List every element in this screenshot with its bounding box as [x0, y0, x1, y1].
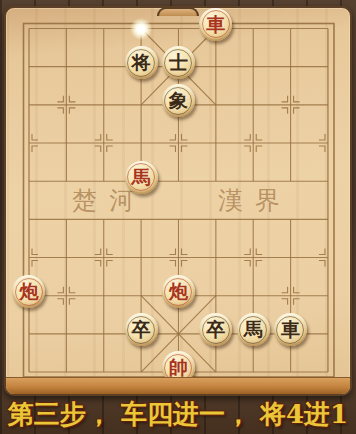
board-intersection-8-6[interactable] [309, 238, 346, 276]
board-intersection-4-4[interactable] [160, 162, 197, 200]
board-intersection-6-7[interactable] [234, 276, 271, 314]
board-intersection-2-0[interactable] [85, 9, 122, 47]
piece-black-soldier[interactable]: 卒 [125, 313, 158, 346]
piece-black-advisor[interactable]: 士 [162, 46, 195, 79]
board-intersection-8-7[interactable] [309, 276, 346, 314]
caption-bar: 第三步， 车四进一， 将4进1 [0, 395, 356, 434]
board-intersection-7-3[interactable] [272, 124, 309, 162]
board-intersection-5-3[interactable] [197, 124, 234, 162]
board-intersection-2-2[interactable] [85, 86, 122, 124]
piece-red-rook[interactable]: 車 [199, 8, 232, 41]
piece-black-horse[interactable]: 馬 [237, 313, 270, 346]
board-intersection-3-2[interactable] [122, 86, 159, 124]
board-intersection-6-4[interactable] [234, 162, 271, 200]
board-intersection-3-8[interactable]: 卒 [122, 315, 159, 353]
board-intersection-7-1[interactable] [272, 48, 309, 86]
board-intersection-6-3[interactable] [234, 124, 271, 162]
piece-glyph: 馬 [132, 168, 151, 187]
piece-black-rook[interactable]: 車 [274, 313, 307, 346]
board-intersection-0-2[interactable] [10, 86, 47, 124]
board-intersection-7-8[interactable]: 車 [272, 315, 309, 353]
board-intersection-4-7[interactable]: 炮 [160, 276, 197, 314]
board-intersection-4-3[interactable] [160, 124, 197, 162]
move-caption: 第三步， 车四进一， 将4进1 [8, 397, 348, 432]
board-intersection-3-7[interactable] [122, 276, 159, 314]
board-intersection-5-6[interactable] [197, 238, 234, 276]
board-intersection-6-2[interactable] [234, 86, 271, 124]
board-intersection-1-8[interactable] [48, 315, 85, 353]
board-intersection-2-8[interactable] [85, 315, 122, 353]
board-intersection-4-2[interactable]: 象 [160, 86, 197, 124]
board-intersection-8-2[interactable] [309, 86, 346, 124]
piece-glyph: 馬 [244, 320, 263, 339]
board-intersection-5-0[interactable]: 車 [197, 9, 234, 47]
board-intersection-6-1[interactable] [234, 48, 271, 86]
piece-glyph: 卒 [132, 320, 151, 339]
piece-glyph: 炮 [169, 282, 188, 301]
piece-glyph: 炮 [19, 282, 38, 301]
board-intersection-2-5[interactable] [85, 200, 122, 238]
board-intersection-0-7[interactable]: 炮 [10, 276, 47, 314]
board-intersection-5-1[interactable] [197, 48, 234, 86]
board-intersection-0-8[interactable] [10, 315, 47, 353]
board-intersection-4-8[interactable] [160, 315, 197, 353]
board-intersection-3-6[interactable] [122, 238, 159, 276]
piece-black-soldier[interactable]: 卒 [199, 313, 232, 346]
board-intersection-0-0[interactable] [10, 9, 47, 47]
board-intersection-5-4[interactable] [197, 162, 234, 200]
board-intersection-0-6[interactable] [10, 238, 47, 276]
board-intersection-5-2[interactable] [197, 86, 234, 124]
board-intersection-8-4[interactable] [309, 162, 346, 200]
board-intersection-6-6[interactable] [234, 238, 271, 276]
board-intersection-1-1[interactable] [48, 48, 85, 86]
board-intersection-7-6[interactable] [272, 238, 309, 276]
board-intersection-1-4[interactable] [48, 162, 85, 200]
xiangqi-board: 楚河 漢界 車将士象馬炮炮卒卒馬車帥 [4, 6, 352, 396]
board-intersection-1-3[interactable] [48, 124, 85, 162]
piece-glyph: 将 [132, 53, 151, 72]
board-intersection-4-5[interactable] [160, 200, 197, 238]
board-intersection-1-7[interactable] [48, 276, 85, 314]
piece-glyph: 士 [169, 53, 188, 72]
piece-glyph: 車 [281, 320, 300, 339]
board-intersection-3-4[interactable]: 馬 [122, 162, 159, 200]
board-intersection-8-0[interactable] [309, 9, 346, 47]
board-intersection-2-1[interactable] [85, 48, 122, 86]
board-intersection-1-6[interactable] [48, 238, 85, 276]
board-intersection-5-5[interactable] [197, 200, 234, 238]
board-intersection-7-2[interactable] [272, 86, 309, 124]
piece-glyph: 象 [169, 91, 188, 110]
board-intersection-3-1[interactable]: 将 [122, 48, 159, 86]
piece-red-cannon[interactable]: 炮 [12, 275, 45, 308]
piece-glyph: 車 [206, 15, 225, 34]
board-intersection-6-0[interactable] [234, 9, 271, 47]
piece-black-elephant[interactable]: 象 [162, 84, 195, 117]
board-intersection-7-5[interactable] [272, 200, 309, 238]
board-intersection-8-1[interactable] [309, 48, 346, 86]
piece-black-general[interactable]: 将 [125, 46, 158, 79]
piece-glyph: 卒 [206, 320, 225, 339]
board-intersection-3-0[interactable] [122, 9, 159, 47]
board-intersection-3-5[interactable] [122, 200, 159, 238]
piece-glyph: 帥 [169, 358, 188, 377]
board-intersection-5-8[interactable]: 卒 [197, 315, 234, 353]
board-intersection-3-3[interactable] [122, 124, 159, 162]
board-intersection-7-7[interactable] [272, 276, 309, 314]
board-intersection-4-0[interactable] [160, 9, 197, 47]
board-intersection-5-7[interactable] [197, 276, 234, 314]
piece-red-horse[interactable]: 馬 [125, 161, 158, 194]
board-intersection-8-8[interactable] [309, 315, 346, 353]
board-grid: 車将士象馬炮炮卒卒馬車帥 [10, 9, 346, 391]
board-intersection-4-1[interactable]: 士 [160, 48, 197, 86]
board-intersection-1-5[interactable] [48, 200, 85, 238]
board-intersection-1-2[interactable] [48, 86, 85, 124]
piece-red-cannon[interactable]: 炮 [162, 275, 195, 308]
board-intersection-2-3[interactable] [85, 124, 122, 162]
board-intersection-4-6[interactable] [160, 238, 197, 276]
board-intersection-8-3[interactable] [309, 124, 346, 162]
board-bottom-bevel [6, 377, 350, 394]
board-intersection-7-4[interactable] [272, 162, 309, 200]
board-intersection-7-0[interactable] [272, 9, 309, 47]
board-intersection-2-6[interactable] [85, 238, 122, 276]
board-intersection-0-3[interactable] [10, 124, 47, 162]
board-intersection-0-5[interactable] [10, 200, 47, 238]
board-intersection-0-4[interactable] [10, 162, 47, 200]
board-intersection-0-1[interactable] [10, 48, 47, 86]
board-intersection-6-5[interactable] [234, 200, 271, 238]
board-intersection-8-5[interactable] [309, 200, 346, 238]
board-intersection-6-8[interactable]: 馬 [234, 315, 271, 353]
board-intersection-1-0[interactable] [48, 9, 85, 47]
board-intersection-2-4[interactable] [85, 162, 122, 200]
board-intersection-2-7[interactable] [85, 276, 122, 314]
